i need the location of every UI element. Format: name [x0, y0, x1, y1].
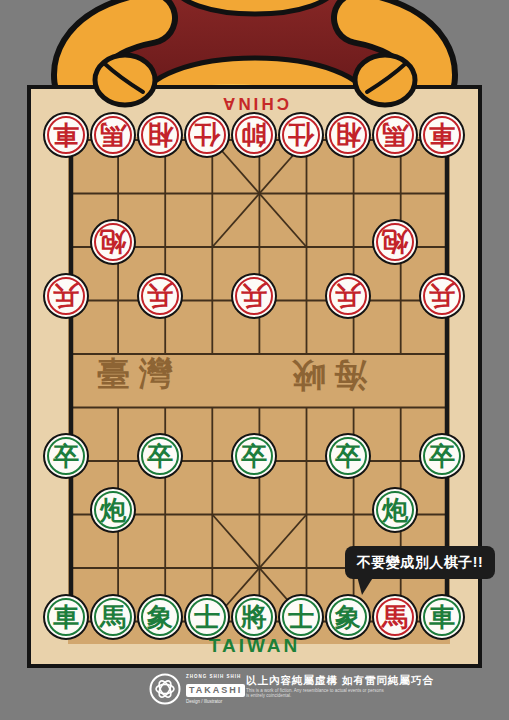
piece-character: 士: [288, 604, 314, 630]
piece-character: 士: [194, 604, 220, 630]
xiangqi-piece-green-士[interactable]: 士: [278, 594, 324, 640]
xiangqi-piece-green-卒[interactable]: 卒: [137, 433, 183, 479]
xiangqi-piece-green-車[interactable]: 車: [419, 594, 465, 640]
piece-character: 帥: [241, 122, 267, 148]
xiangqi-piece-red-帥[interactable]: 帥: [231, 112, 277, 158]
piece-character: 兵: [429, 283, 455, 309]
piece-character: 馬: [100, 604, 126, 630]
xiangqi-piece-green-將[interactable]: 將: [231, 594, 277, 640]
piece-character: 卒: [53, 443, 79, 469]
xiangqi-piece-red-馬[interactable]: 馬: [372, 594, 418, 640]
piece-character: 炮: [100, 229, 126, 255]
piece-character: 象: [335, 604, 361, 630]
xiangqi-piece-red-兵[interactable]: 兵: [419, 273, 465, 319]
xiangqi-piece-red-炮[interactable]: 炮: [372, 219, 418, 265]
piece-character: 兵: [147, 283, 173, 309]
xiangqi-piece-green-士[interactable]: 士: [184, 594, 230, 640]
xiangqi-piece-green-卒[interactable]: 卒: [43, 433, 89, 479]
xiangqi-piece-red-炮[interactable]: 炮: [90, 219, 136, 265]
xiangqi-piece-red-兵[interactable]: 兵: [231, 273, 277, 319]
piece-character: 馬: [100, 122, 126, 148]
piece-character: 卒: [147, 443, 173, 469]
piece-character: 卒: [429, 443, 455, 469]
xiangqi-piece-red-馬[interactable]: 馬: [372, 112, 418, 158]
piece-character: 相: [147, 122, 173, 148]
piece-character: 將: [241, 604, 267, 630]
piece-character: 卒: [335, 443, 361, 469]
piece-character: 車: [53, 604, 79, 630]
xiangqi-piece-green-車[interactable]: 車: [43, 594, 89, 640]
xiangqi-piece-green-卒[interactable]: 卒: [419, 433, 465, 479]
piece-character: 炮: [382, 497, 408, 523]
xiangqi-piece-red-兵[interactable]: 兵: [325, 273, 371, 319]
poster: CHINA: [0, 0, 509, 720]
xiangqi-piece-red-相[interactable]: 相: [137, 112, 183, 158]
piece-character: 仕: [194, 122, 220, 148]
piece-character: 馬: [382, 604, 408, 630]
xiangqi-piece-green-馬[interactable]: 馬: [90, 594, 136, 640]
piece-character: 車: [53, 122, 79, 148]
xiangqi-piece-red-相[interactable]: 相: [325, 112, 371, 158]
piece-character: 炮: [382, 229, 408, 255]
piece-character: 卒: [241, 443, 267, 469]
xiangqi-piece-red-仕[interactable]: 仕: [184, 112, 230, 158]
xiangqi-piece-green-象[interactable]: 象: [137, 594, 183, 640]
xiangqi-piece-green-炮[interactable]: 炮: [90, 487, 136, 533]
xiangqi-piece-red-馬[interactable]: 馬: [90, 112, 136, 158]
piece-character: 馬: [382, 122, 408, 148]
piece-character: 兵: [335, 283, 361, 309]
piece-character: 炮: [100, 497, 126, 523]
xiangqi-piece-red-車[interactable]: 車: [43, 112, 89, 158]
pieces-layer: 車馬相仕帥仕相馬車炮炮兵兵兵兵兵卒卒卒卒卒炮炮車馬象士將士象馬車: [0, 0, 509, 720]
piece-character: 車: [429, 122, 455, 148]
speech-bubble-tail: [357, 576, 374, 595]
xiangqi-piece-red-車[interactable]: 車: [419, 112, 465, 158]
xiangqi-piece-green-象[interactable]: 象: [325, 594, 371, 640]
xiangqi-piece-red-兵[interactable]: 兵: [43, 273, 89, 319]
xiangqi-piece-red-兵[interactable]: 兵: [137, 273, 183, 319]
piece-character: 兵: [53, 283, 79, 309]
speech-bubble: 不要變成別人棋子!!: [345, 546, 495, 579]
xiangqi-piece-green-炮[interactable]: 炮: [372, 487, 418, 533]
xiangqi-piece-green-卒[interactable]: 卒: [325, 433, 371, 479]
xiangqi-piece-red-仕[interactable]: 仕: [278, 112, 324, 158]
piece-character: 仕: [288, 122, 314, 148]
piece-character: 相: [335, 122, 361, 148]
piece-character: 象: [147, 604, 173, 630]
piece-character: 車: [429, 604, 455, 630]
piece-character: 兵: [241, 283, 267, 309]
xiangqi-piece-green-卒[interactable]: 卒: [231, 433, 277, 479]
